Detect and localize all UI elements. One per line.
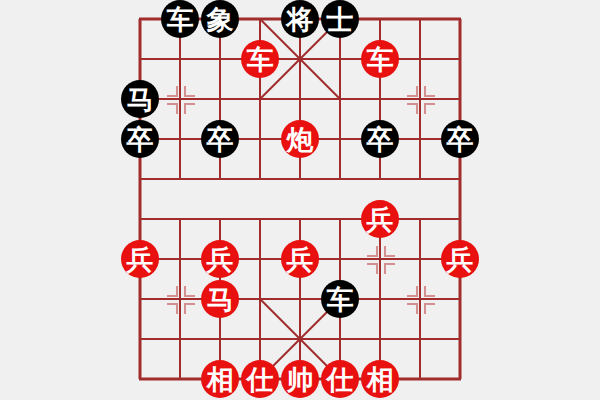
piece-red-soldier[interactable]: 兵 (121, 240, 159, 278)
piece-black-chariot[interactable]: 车 (321, 280, 359, 318)
piece-black-soldier[interactable]: 卒 (441, 120, 479, 158)
piece-black-soldier[interactable]: 卒 (361, 120, 399, 158)
piece-black-horse[interactable]: 马 (121, 80, 159, 118)
piece-red-advisor[interactable]: 仕 (321, 360, 359, 398)
piece-black-soldier[interactable]: 卒 (201, 120, 239, 158)
piece-red-chariot[interactable]: 车 (241, 40, 279, 78)
piece-red-elephant[interactable]: 相 (361, 360, 399, 398)
piece-red-soldier[interactable]: 兵 (441, 240, 479, 278)
piece-black-elephant[interactable]: 象 (201, 0, 239, 38)
piece-black-advisor[interactable]: 士 (321, 0, 359, 38)
piece-red-soldier[interactable]: 兵 (281, 240, 319, 278)
piece-red-elephant[interactable]: 相 (201, 360, 239, 398)
piece-black-soldier[interactable]: 卒 (121, 120, 159, 158)
xiangqi-board: 车象将士马卒卒卒卒车车车炮兵兵兵兵兵马相仕帅仕相 (0, 0, 600, 400)
piece-red-soldier[interactable]: 兵 (201, 240, 239, 278)
piece-red-soldier[interactable]: 兵 (361, 200, 399, 238)
piece-red-cannon[interactable]: 炮 (281, 120, 319, 158)
piece-red-advisor[interactable]: 仕 (241, 360, 279, 398)
piece-black-chariot[interactable]: 车 (161, 0, 199, 38)
piece-red-horse[interactable]: 马 (201, 280, 239, 318)
piece-red-general[interactable]: 帅 (281, 360, 319, 398)
piece-red-chariot[interactable]: 车 (361, 40, 399, 78)
pieces-layer: 车象将士马卒卒卒卒车车车炮兵兵兵兵兵马相仕帅仕相 (0, 0, 600, 400)
piece-black-general[interactable]: 将 (281, 0, 319, 38)
